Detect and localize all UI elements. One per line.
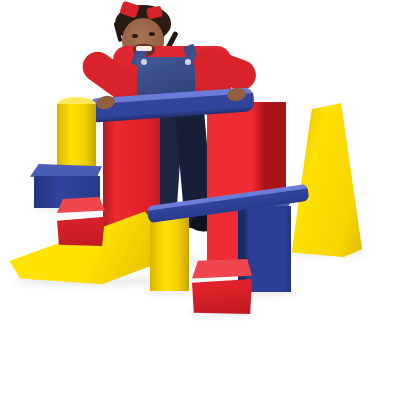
product-photo <box>0 0 400 400</box>
block-cube-floor <box>192 276 252 314</box>
block-right-support <box>238 206 291 292</box>
overall-button <box>141 59 147 65</box>
block-cylinder-center <box>150 215 189 291</box>
block-wedge-right <box>284 103 368 257</box>
overall-button <box>185 59 191 65</box>
block-cylinder-left <box>57 104 96 174</box>
child-teeth <box>136 46 152 51</box>
child-eye <box>149 32 155 36</box>
block-cube-on-ramp <box>57 212 105 246</box>
child-eye <box>132 34 138 38</box>
